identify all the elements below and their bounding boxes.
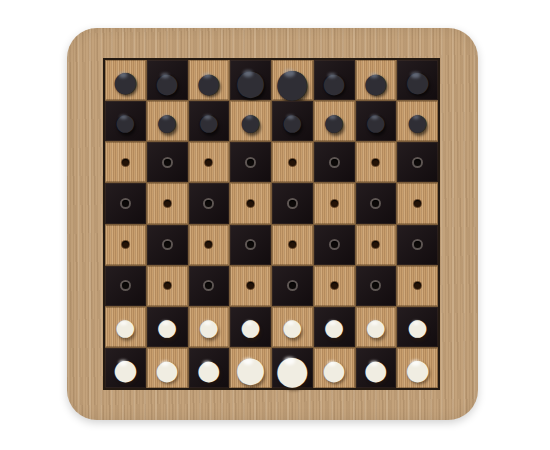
- playing-area: ●●●●●●●●●●●●●●●●●●●●●●●●●●●●●●●●: [103, 58, 440, 390]
- square-b2[interactable]: ●: [147, 307, 188, 347]
- peg-hole: [247, 159, 254, 166]
- piece-white-knight-b1[interactable]: ●: [157, 358, 177, 378]
- white-peg-circle: ●: [322, 356, 346, 383]
- square-e3[interactable]: [272, 266, 313, 306]
- piece-white-bishop-f1[interactable]: ●: [324, 358, 344, 378]
- photo-background: ●●●●●●●●●●●●●●●●●●●●●●●●●●●●●●●●: [0, 0, 550, 450]
- square-b7[interactable]: ●: [147, 101, 188, 141]
- square-d2[interactable]: ●: [230, 307, 271, 347]
- square-a2[interactable]: ●: [105, 307, 146, 347]
- piece-white-rook-h1[interactable]: ●: [407, 357, 428, 378]
- peg-hole: [331, 159, 338, 166]
- square-a7[interactable]: ●: [105, 101, 146, 141]
- peg-hole: [164, 282, 171, 289]
- black-peg-circle: ●: [405, 68, 429, 96]
- piece-black-knight-b8[interactable]: ●: [157, 70, 177, 90]
- square-d8[interactable]: ●: [230, 60, 271, 100]
- square-c6[interactable]: [189, 142, 230, 182]
- peg-hole: [414, 200, 421, 207]
- black-peg-circle: ●: [275, 63, 309, 102]
- square-d5[interactable]: [230, 183, 271, 223]
- peg-hole: [414, 282, 421, 289]
- square-f5[interactable]: [314, 183, 355, 223]
- piece-black-pawn-e7[interactable]: ●: [284, 113, 301, 130]
- piece-black-bishop-c8[interactable]: ●: [199, 70, 219, 90]
- board-grid: ●●●●●●●●●●●●●●●●●●●●●●●●●●●●●●●●: [105, 60, 438, 388]
- square-b4[interactable]: [147, 225, 188, 265]
- square-c8[interactable]: ●: [189, 60, 230, 100]
- piece-black-pawn-f7[interactable]: ●: [326, 113, 343, 130]
- black-peg-circle: ●: [197, 68, 221, 95]
- square-g3[interactable]: [356, 266, 397, 306]
- black-peg-circle: ●: [408, 111, 428, 134]
- black-peg-circle: ●: [113, 68, 137, 96]
- peg-hole: [122, 282, 129, 289]
- peg-hole: [164, 159, 171, 166]
- square-e1[interactable]: ●: [272, 348, 313, 388]
- square-e5[interactable]: [272, 183, 313, 223]
- square-f2[interactable]: ●: [314, 307, 355, 347]
- white-peg-circle: ●: [115, 317, 135, 340]
- peg-hole: [205, 159, 212, 166]
- piece-white-pawn-c2[interactable]: ●: [200, 318, 217, 335]
- black-peg-circle: ●: [322, 68, 346, 95]
- peg-hole: [372, 282, 379, 289]
- square-c5[interactable]: [189, 183, 230, 223]
- piece-black-pawn-b7[interactable]: ●: [159, 113, 176, 130]
- square-b3[interactable]: [147, 266, 188, 306]
- white-peg-circle: ●: [241, 317, 261, 340]
- black-peg-circle: ●: [157, 111, 177, 134]
- square-a4[interactable]: [105, 225, 146, 265]
- square-b5[interactable]: [147, 183, 188, 223]
- piece-black-pawn-d7[interactable]: ●: [242, 113, 259, 130]
- white-peg-circle: ●: [275, 351, 309, 390]
- black-peg-circle: ●: [199, 111, 219, 134]
- square-f1[interactable]: ●: [314, 348, 355, 388]
- square-g8[interactable]: ●: [356, 60, 397, 100]
- piece-white-pawn-d2[interactable]: ●: [242, 318, 259, 335]
- square-h8[interactable]: ●: [397, 60, 438, 100]
- piece-white-bishop-c1[interactable]: ●: [199, 358, 219, 378]
- peg-hole: [247, 241, 254, 248]
- peg-hole: [331, 200, 338, 207]
- peg-hole: [372, 241, 379, 248]
- square-e6[interactable]: [272, 142, 313, 182]
- piece-black-king-e8[interactable]: ●: [278, 66, 307, 95]
- square-a3[interactable]: [105, 266, 146, 306]
- peg-hole: [164, 200, 171, 207]
- white-peg-circle: ●: [405, 356, 429, 384]
- square-f4[interactable]: [314, 225, 355, 265]
- black-peg-circle: ●: [364, 68, 388, 95]
- peg-hole: [289, 200, 296, 207]
- piece-black-pawn-a7[interactable]: ●: [117, 113, 134, 130]
- white-peg-circle: ●: [235, 353, 266, 388]
- square-h4[interactable]: [397, 225, 438, 265]
- white-peg-circle: ●: [157, 317, 177, 340]
- piece-black-bishop-f8[interactable]: ●: [324, 70, 344, 90]
- square-b8[interactable]: ●: [147, 60, 188, 100]
- white-peg-circle: ●: [199, 317, 219, 340]
- square-d4[interactable]: [230, 225, 271, 265]
- black-peg-circle: ●: [115, 111, 135, 134]
- black-peg-circle: ●: [155, 68, 179, 95]
- square-c1[interactable]: ●: [189, 348, 230, 388]
- piece-white-pawn-a2[interactable]: ●: [117, 318, 134, 335]
- black-peg-circle: ●: [241, 111, 261, 134]
- square-a6[interactable]: [105, 142, 146, 182]
- chess-board-frame: ●●●●●●●●●●●●●●●●●●●●●●●●●●●●●●●●: [67, 28, 478, 420]
- piece-black-rook-h8[interactable]: ●: [407, 70, 428, 91]
- piece-white-pawn-g2[interactable]: ●: [367, 318, 384, 335]
- peg-hole: [372, 200, 379, 207]
- piece-black-pawn-c7[interactable]: ●: [200, 113, 217, 130]
- square-c7[interactable]: ●: [189, 101, 230, 141]
- square-f6[interactable]: [314, 142, 355, 182]
- square-e7[interactable]: ●: [272, 101, 313, 141]
- piece-black-knight-g8[interactable]: ●: [366, 70, 386, 90]
- square-g1[interactable]: ●: [356, 348, 397, 388]
- peg-hole: [205, 282, 212, 289]
- piece-white-pawn-e2[interactable]: ●: [284, 318, 301, 335]
- piece-black-pawn-g7[interactable]: ●: [367, 113, 384, 130]
- piece-white-king-e1[interactable]: ●: [278, 353, 307, 382]
- peg-hole: [289, 282, 296, 289]
- square-h3[interactable]: [397, 266, 438, 306]
- square-c4[interactable]: [189, 225, 230, 265]
- piece-black-queen-d8[interactable]: ●: [238, 67, 264, 93]
- peg-hole: [331, 241, 338, 248]
- square-g4[interactable]: [356, 225, 397, 265]
- peg-hole: [122, 200, 129, 207]
- square-d3[interactable]: [230, 266, 271, 306]
- piece-white-pawn-b2[interactable]: ●: [159, 318, 176, 335]
- square-c3[interactable]: [189, 266, 230, 306]
- square-h7[interactable]: ●: [397, 101, 438, 141]
- white-peg-circle: ●: [113, 356, 137, 384]
- white-peg-circle: ●: [282, 317, 302, 340]
- peg-hole: [414, 241, 421, 248]
- black-peg-circle: ●: [324, 111, 344, 134]
- peg-hole: [331, 282, 338, 289]
- square-g2[interactable]: ●: [356, 307, 397, 347]
- piece-white-rook-a1[interactable]: ●: [115, 357, 136, 378]
- piece-white-queen-d1[interactable]: ●: [238, 355, 264, 381]
- square-d6[interactable]: [230, 142, 271, 182]
- square-g7[interactable]: ●: [356, 101, 397, 141]
- piece-white-pawn-f2[interactable]: ●: [326, 318, 343, 335]
- peg-hole: [247, 282, 254, 289]
- square-b6[interactable]: [147, 142, 188, 182]
- square-f3[interactable]: [314, 266, 355, 306]
- square-a8[interactable]: ●: [105, 60, 146, 100]
- peg-hole: [372, 159, 379, 166]
- square-e8[interactable]: ●: [272, 60, 313, 100]
- white-peg-circle: ●: [364, 356, 388, 383]
- peg-hole: [122, 159, 129, 166]
- square-b1[interactable]: ●: [147, 348, 188, 388]
- peg-hole: [289, 159, 296, 166]
- black-peg-circle: ●: [366, 111, 386, 134]
- piece-black-pawn-h7[interactable]: ●: [409, 113, 426, 130]
- peg-hole: [247, 200, 254, 207]
- square-a1[interactable]: ●: [105, 348, 146, 388]
- square-g5[interactable]: [356, 183, 397, 223]
- piece-white-pawn-h2[interactable]: ●: [409, 318, 426, 335]
- square-g6[interactable]: [356, 142, 397, 182]
- square-f7[interactable]: ●: [314, 101, 355, 141]
- peg-hole: [289, 241, 296, 248]
- peg-hole: [122, 241, 129, 248]
- white-peg-circle: ●: [155, 356, 179, 383]
- peg-hole: [205, 241, 212, 248]
- square-a5[interactable]: [105, 183, 146, 223]
- piece-white-knight-g1[interactable]: ●: [366, 358, 386, 378]
- peg-hole: [414, 159, 421, 166]
- black-peg-circle: ●: [282, 111, 302, 134]
- peg-hole: [205, 200, 212, 207]
- square-d1[interactable]: ●: [230, 348, 271, 388]
- square-h1[interactable]: ●: [397, 348, 438, 388]
- square-h6[interactable]: [397, 142, 438, 182]
- white-peg-circle: ●: [197, 356, 221, 383]
- square-e4[interactable]: [272, 225, 313, 265]
- square-e2[interactable]: ●: [272, 307, 313, 347]
- square-f8[interactable]: ●: [314, 60, 355, 100]
- square-c2[interactable]: ●: [189, 307, 230, 347]
- square-d7[interactable]: ●: [230, 101, 271, 141]
- white-peg-circle: ●: [366, 317, 386, 340]
- square-h2[interactable]: ●: [397, 307, 438, 347]
- black-peg-circle: ●: [235, 65, 266, 100]
- square-h5[interactable]: [397, 183, 438, 223]
- white-peg-circle: ●: [408, 317, 428, 340]
- piece-black-rook-a8[interactable]: ●: [115, 70, 136, 91]
- white-peg-circle: ●: [324, 317, 344, 340]
- peg-hole: [164, 241, 171, 248]
